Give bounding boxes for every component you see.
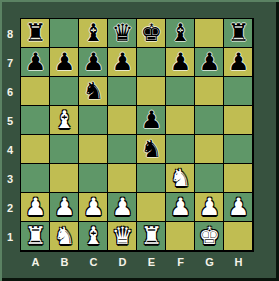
square-g8[interactable] [195, 19, 224, 48]
square-d2[interactable]: ♟ [108, 193, 137, 222]
white-pawn-icon[interactable]: ♟ [21, 193, 50, 222]
black-pawn-icon[interactable]: ♟ [224, 48, 253, 77]
square-a4[interactable] [21, 135, 50, 164]
square-b3[interactable] [50, 164, 79, 193]
square-d6[interactable] [108, 77, 137, 106]
square-g7[interactable]: ♟ [195, 48, 224, 77]
rank-label-4: 4 [0, 135, 20, 164]
black-pawn-icon[interactable]: ♟ [79, 48, 108, 77]
square-d5[interactable] [108, 106, 137, 135]
square-c6[interactable]: ♞ [79, 77, 108, 106]
chess-board-window: 87654321 ♜♝♛♚♝♜♟♟♟♟♟♟♟♞♝♟♞♞♟♟♟♟♟♟♟♜♞♝♛♜♚… [0, 0, 279, 281]
square-e7[interactable] [137, 48, 166, 77]
square-g6[interactable] [195, 77, 224, 106]
square-h7[interactable]: ♟ [224, 48, 253, 77]
file-label-f: F [166, 253, 195, 271]
square-b5[interactable]: ♝ [50, 106, 79, 135]
black-pawn-icon[interactable]: ♟ [166, 48, 195, 77]
rank-label-7: 7 [0, 48, 20, 77]
square-g3[interactable] [195, 164, 224, 193]
black-pawn-icon[interactable]: ♟ [108, 48, 137, 77]
square-c5[interactable] [79, 106, 108, 135]
square-f4[interactable] [166, 135, 195, 164]
white-pawn-icon[interactable]: ♟ [195, 193, 224, 222]
file-label-e: E [137, 253, 166, 271]
black-bishop-icon[interactable]: ♝ [166, 19, 195, 48]
rank-label-3: 3 [0, 164, 20, 193]
square-e3[interactable] [137, 164, 166, 193]
file-label-d: D [108, 253, 137, 271]
white-queen-icon[interactable]: ♛ [108, 222, 137, 251]
black-knight-icon[interactable]: ♞ [79, 77, 108, 106]
square-d7[interactable]: ♟ [108, 48, 137, 77]
square-a7[interactable]: ♟ [21, 48, 50, 77]
white-pawn-icon[interactable]: ♟ [108, 193, 137, 222]
square-c2[interactable]: ♟ [79, 193, 108, 222]
square-h4[interactable] [224, 135, 253, 164]
square-a6[interactable] [21, 77, 50, 106]
square-e8[interactable]: ♚ [137, 19, 166, 48]
square-b6[interactable] [50, 77, 79, 106]
square-b4[interactable] [50, 135, 79, 164]
white-king-icon[interactable]: ♚ [195, 222, 224, 251]
rank-labels: 87654321 [0, 19, 20, 251]
rank-label-2: 2 [0, 193, 20, 222]
square-a5[interactable] [21, 106, 50, 135]
black-queen-icon[interactable]: ♛ [108, 19, 137, 48]
square-a8[interactable]: ♜ [21, 19, 50, 48]
rank-label-5: 5 [0, 106, 20, 135]
rank-label-8: 8 [0, 19, 20, 48]
square-d1[interactable]: ♛ [108, 222, 137, 251]
white-bishop-icon[interactable]: ♝ [79, 222, 108, 251]
square-c8[interactable]: ♝ [79, 19, 108, 48]
chess-board[interactable]: ♜♝♛♚♝♜♟♟♟♟♟♟♟♞♝♟♞♞♟♟♟♟♟♟♟♜♞♝♛♜♚ [20, 18, 254, 252]
square-a2[interactable]: ♟ [21, 193, 50, 222]
square-h8[interactable]: ♜ [224, 19, 253, 48]
black-pawn-icon[interactable]: ♟ [195, 48, 224, 77]
square-c3[interactable] [79, 164, 108, 193]
rank-label-6: 6 [0, 77, 20, 106]
square-e1[interactable]: ♜ [137, 222, 166, 251]
square-h6[interactable] [224, 77, 253, 106]
square-e6[interactable] [137, 77, 166, 106]
white-pawn-icon[interactable]: ♟ [50, 193, 79, 222]
square-h5[interactable] [224, 106, 253, 135]
square-f7[interactable]: ♟ [166, 48, 195, 77]
black-king-icon[interactable]: ♚ [137, 19, 166, 48]
white-pawn-icon[interactable]: ♟ [79, 193, 108, 222]
white-rook-icon[interactable]: ♜ [21, 222, 50, 251]
black-rook-icon[interactable]: ♜ [21, 19, 50, 48]
square-a1[interactable]: ♜ [21, 222, 50, 251]
square-b7[interactable]: ♟ [50, 48, 79, 77]
square-e4[interactable]: ♞ [137, 135, 166, 164]
square-b8[interactable] [50, 19, 79, 48]
square-f6[interactable] [166, 77, 195, 106]
square-h3[interactable] [224, 164, 253, 193]
black-knight-icon[interactable]: ♞ [137, 135, 166, 164]
white-pawn-icon[interactable]: ♟ [224, 193, 253, 222]
square-g4[interactable] [195, 135, 224, 164]
square-d8[interactable]: ♛ [108, 19, 137, 48]
white-rook-icon[interactable]: ♜ [137, 222, 166, 251]
square-c7[interactable]: ♟ [79, 48, 108, 77]
square-d3[interactable] [108, 164, 137, 193]
file-label-b: B [50, 253, 79, 271]
rank-label-1: 1 [0, 222, 20, 251]
black-rook-icon[interactable]: ♜ [224, 19, 253, 48]
square-d4[interactable] [108, 135, 137, 164]
square-g2[interactable]: ♟ [195, 193, 224, 222]
square-e5[interactable]: ♟ [137, 106, 166, 135]
white-knight-icon[interactable]: ♞ [50, 222, 79, 251]
square-f8[interactable]: ♝ [166, 19, 195, 48]
square-f5[interactable] [166, 106, 195, 135]
square-g5[interactable] [195, 106, 224, 135]
black-bishop-icon[interactable]: ♝ [79, 19, 108, 48]
square-c1[interactable]: ♝ [79, 222, 108, 251]
white-bishop-icon[interactable]: ♝ [50, 106, 79, 135]
square-c4[interactable] [79, 135, 108, 164]
square-a3[interactable] [21, 164, 50, 193]
square-f1[interactable] [166, 222, 195, 251]
square-h2[interactable]: ♟ [224, 193, 253, 222]
file-labels: ABCDEFGH [21, 253, 253, 271]
square-f3[interactable]: ♞ [166, 164, 195, 193]
square-g1[interactable]: ♚ [195, 222, 224, 251]
white-knight-icon[interactable]: ♞ [166, 164, 195, 193]
file-label-c: C [79, 253, 108, 271]
file-label-g: G [195, 253, 224, 271]
file-label-a: A [21, 253, 50, 271]
square-h1[interactable] [224, 222, 253, 251]
black-pawn-icon[interactable]: ♟ [21, 48, 50, 77]
square-e2[interactable] [137, 193, 166, 222]
file-label-h: H [224, 253, 253, 271]
black-pawn-icon[interactable]: ♟ [50, 48, 79, 77]
square-b2[interactable]: ♟ [50, 193, 79, 222]
square-b1[interactable]: ♞ [50, 222, 79, 251]
black-pawn-icon[interactable]: ♟ [137, 106, 166, 135]
square-f2[interactable]: ♟ [166, 193, 195, 222]
white-pawn-icon[interactable]: ♟ [166, 193, 195, 222]
